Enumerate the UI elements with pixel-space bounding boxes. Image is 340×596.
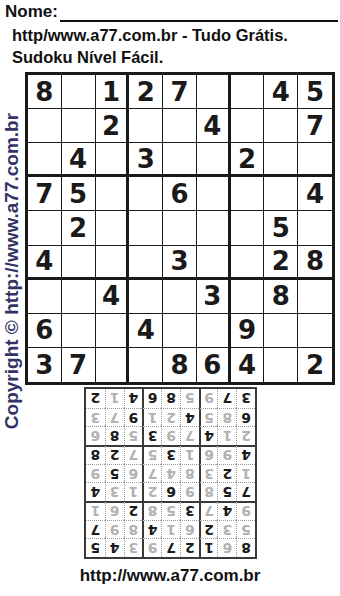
solution-cell-r7c2: 1 xyxy=(217,426,236,445)
solution-cell-r3c2: 4 xyxy=(217,501,236,520)
solution-cell-r9c7: 4 xyxy=(124,389,143,408)
solution-cell-r1c4: 2 xyxy=(180,538,199,557)
puzzle-cell-r9c8 xyxy=(264,348,298,382)
copyright-vertical-text: Copyright © http://www.a77.com.br xyxy=(1,81,21,461)
puzzle-cell-r5c9 xyxy=(298,211,332,245)
solution-cell-r8c4: 4 xyxy=(180,408,199,427)
solution-cell-r4c6: 2 xyxy=(142,482,161,501)
solution-cell-r1c8: 4 xyxy=(105,538,124,557)
puzzle-cell-r9c2: 7 xyxy=(62,348,96,382)
puzzle-cell-r1c4: 2 xyxy=(129,75,163,109)
solution-cell-r5c3: 3 xyxy=(199,464,218,483)
solution-cell-r7c9: 6 xyxy=(86,426,105,445)
puzzle-cell-r9c6: 6 xyxy=(197,348,231,382)
puzzle-cell-r4c7 xyxy=(231,177,265,211)
puzzle-cell-r5c7 xyxy=(231,211,265,245)
puzzle-cell-r6c4 xyxy=(129,246,163,280)
puzzle-cell-r6c2 xyxy=(62,246,96,280)
puzzle-cell-r3c4: 3 xyxy=(129,143,163,177)
solution-cell-r9c3: 9 xyxy=(199,389,218,408)
puzzle-cell-r4c4 xyxy=(129,177,163,211)
solution-cell-r2c1: 5 xyxy=(236,520,255,539)
puzzle-cell-r7c5 xyxy=(163,280,197,314)
puzzle-cell-r5c2: 2 xyxy=(62,211,96,245)
solution-cell-r6c1: 4 xyxy=(236,445,255,464)
solution-cell-r8c6: 1 xyxy=(142,408,161,427)
puzzle-cell-r4c9: 4 xyxy=(298,177,332,211)
solution-cell-r3c4: 3 xyxy=(180,501,199,520)
solution-cell-r4c8: 3 xyxy=(105,482,124,501)
sudoku-grid: 8127452474327564254328438649378642 xyxy=(25,72,335,385)
solution-cell-r7c3: 4 xyxy=(199,426,218,445)
solution-cell-r7c1: 2 xyxy=(236,426,255,445)
solution-cell-r4c7: 1 xyxy=(124,482,143,501)
puzzle-cell-r3c3 xyxy=(96,143,130,177)
solution-cell-r3c8: 6 xyxy=(105,501,124,520)
solution-cell-r8c5: 2 xyxy=(161,408,180,427)
puzzle-cell-r2c3: 2 xyxy=(96,109,130,143)
puzzle-cell-r5c6 xyxy=(197,211,231,245)
puzzle-cell-r7c8: 8 xyxy=(264,280,298,314)
puzzle-cell-r2c1 xyxy=(28,109,62,143)
puzzle-cell-r9c5: 8 xyxy=(163,348,197,382)
puzzle-cell-r3c9 xyxy=(298,143,332,177)
solution-cell-r4c5: 6 xyxy=(161,482,180,501)
puzzle-cell-r3c7: 2 xyxy=(231,143,265,177)
puzzle-cell-r3c1 xyxy=(28,143,62,177)
puzzle-cell-r3c2: 4 xyxy=(62,143,96,177)
solution-cell-r9c8: 1 xyxy=(105,389,124,408)
solution-cell-r7c5: 9 xyxy=(161,426,180,445)
puzzle-cell-r8c6 xyxy=(197,314,231,348)
solution-cell-r8c1: 6 xyxy=(236,408,255,427)
puzzle-cell-r9c4 xyxy=(129,348,163,382)
footer-url: http://www.a77.com.br xyxy=(0,566,340,586)
solution-cell-r6c3: 6 xyxy=(199,445,218,464)
name-underline xyxy=(60,5,338,22)
solution-cell-r9c4: 5 xyxy=(180,389,199,408)
puzzle-cell-r1c7 xyxy=(231,75,265,109)
puzzle-cell-r3c5 xyxy=(163,143,197,177)
puzzle-cell-r6c9: 8 xyxy=(298,246,332,280)
solution-cell-r3c3: 7 xyxy=(199,501,218,520)
solution-cell-r2c2: 3 xyxy=(217,520,236,539)
puzzle-cell-r1c9: 5 xyxy=(298,75,332,109)
solution-cell-r4c3: 8 xyxy=(199,482,218,501)
puzzle-cell-r1c1: 8 xyxy=(28,75,62,109)
puzzle-cell-r9c7: 4 xyxy=(231,348,265,382)
solution-grid: 8612793455326148979473582617589621341238… xyxy=(84,387,257,559)
solution-cell-r1c2: 6 xyxy=(217,538,236,557)
puzzle-cell-r1c6 xyxy=(197,75,231,109)
puzzle-cell-r2c7 xyxy=(231,109,265,143)
solution-cell-r4c2: 5 xyxy=(217,482,236,501)
solution-cell-r5c5: 4 xyxy=(161,464,180,483)
header: Nome: http/www.a77.com.br - Tudo Grátis.… xyxy=(5,2,338,67)
puzzle-cell-r9c3 xyxy=(96,348,130,382)
puzzle-cell-r5c4 xyxy=(129,211,163,245)
puzzle-cell-r7c2 xyxy=(62,280,96,314)
puzzle-cell-r3c6 xyxy=(197,143,231,177)
puzzle-cell-r4c8 xyxy=(264,177,298,211)
solution-cell-r9c5: 8 xyxy=(161,389,180,408)
solution-cell-r6c8: 2 xyxy=(105,445,124,464)
solution-cell-r6c9: 8 xyxy=(86,445,105,464)
page-title: Sudoku Nível Fácil. xyxy=(12,48,338,67)
name-label: Nome: xyxy=(5,2,58,22)
puzzle-cell-r2c9: 7 xyxy=(298,109,332,143)
puzzle-cell-r6c7 xyxy=(231,246,265,280)
puzzle-cell-r6c5: 3 xyxy=(163,246,197,280)
puzzle-cell-r6c8: 2 xyxy=(264,246,298,280)
solution-cell-r8c9: 3 xyxy=(86,408,105,427)
puzzle-cell-r7c6: 3 xyxy=(197,280,231,314)
solution-cell-r5c8: 5 xyxy=(105,464,124,483)
solution-cell-r1c6: 9 xyxy=(142,538,161,557)
solution-cell-r8c3: 5 xyxy=(199,408,218,427)
puzzle-cell-r4c5: 6 xyxy=(163,177,197,211)
solution-cell-r4c4: 9 xyxy=(180,482,199,501)
solution-cell-r7c4: 7 xyxy=(180,426,199,445)
solution-cell-r5c6: 7 xyxy=(142,464,161,483)
puzzle-cell-r2c5 xyxy=(163,109,197,143)
solution-cell-r6c6: 5 xyxy=(142,445,161,464)
puzzle-cell-r6c6 xyxy=(197,246,231,280)
solution-cell-r1c9: 5 xyxy=(86,538,105,557)
solution-cell-r3c6: 8 xyxy=(142,501,161,520)
puzzle-cell-r4c3 xyxy=(96,177,130,211)
puzzle-cell-r1c3: 1 xyxy=(96,75,130,109)
puzzle-cell-r2c2 xyxy=(62,109,96,143)
solution-cell-r1c5: 7 xyxy=(161,538,180,557)
solution-cell-r4c9: 4 xyxy=(86,482,105,501)
puzzle-cell-r1c8: 4 xyxy=(264,75,298,109)
solution-cell-r2c4: 6 xyxy=(180,520,199,539)
solution-cell-r6c7: 7 xyxy=(124,445,143,464)
puzzle-cell-r2c4 xyxy=(129,109,163,143)
puzzle-cell-r8c4: 4 xyxy=(129,314,163,348)
solution-cell-r2c8: 9 xyxy=(105,520,124,539)
solution-cell-r3c1: 9 xyxy=(236,501,255,520)
puzzle-cell-r7c4 xyxy=(129,280,163,314)
puzzle-cell-r5c3 xyxy=(96,211,130,245)
solution-cell-r6c2: 9 xyxy=(217,445,236,464)
solution-cell-r3c7: 2 xyxy=(124,501,143,520)
puzzle-cell-r8c7: 9 xyxy=(231,314,265,348)
puzzle-cell-r2c6: 4 xyxy=(197,109,231,143)
solution-cell-r2c7: 8 xyxy=(124,520,143,539)
solution-cell-r3c9: 1 xyxy=(86,501,105,520)
puzzle-cell-r9c1: 3 xyxy=(28,348,62,382)
solution-cell-r4c1: 7 xyxy=(236,482,255,501)
puzzle-cell-r1c2 xyxy=(62,75,96,109)
puzzle-cell-r8c1: 6 xyxy=(28,314,62,348)
solution-cell-r7c7: 5 xyxy=(124,426,143,445)
puzzle-cell-r8c3 xyxy=(96,314,130,348)
solution-cell-r5c4: 8 xyxy=(180,464,199,483)
puzzle-cell-r8c9 xyxy=(298,314,332,348)
puzzle-cell-r3c8 xyxy=(264,143,298,177)
solution-cell-r8c7: 9 xyxy=(124,408,143,427)
puzzle-cell-r6c1: 4 xyxy=(28,246,62,280)
solution-cell-r2c6: 4 xyxy=(142,520,161,539)
solution-cell-r2c9: 7 xyxy=(86,520,105,539)
puzzle-cell-r7c7 xyxy=(231,280,265,314)
puzzle-cell-r1c5: 7 xyxy=(163,75,197,109)
puzzle-cell-r5c1 xyxy=(28,211,62,245)
solution-cell-r5c9: 9 xyxy=(86,464,105,483)
solution-cell-r9c2: 7 xyxy=(217,389,236,408)
solution-cell-r2c3: 2 xyxy=(199,520,218,539)
puzzle-cell-r6c3 xyxy=(96,246,130,280)
puzzle-cell-r7c3: 4 xyxy=(96,280,130,314)
puzzle-cell-r5c5 xyxy=(163,211,197,245)
solution-cell-r5c7: 6 xyxy=(124,464,143,483)
solution-cell-r7c8: 8 xyxy=(105,426,124,445)
solution-cell-r2c5: 1 xyxy=(161,520,180,539)
solution-cell-r1c1: 8 xyxy=(236,538,255,557)
name-row: Nome: xyxy=(5,2,338,22)
puzzle-cell-r7c1 xyxy=(28,280,62,314)
solution-cell-r6c4: 1 xyxy=(180,445,199,464)
puzzle-cell-r4c6 xyxy=(197,177,231,211)
solution-cell-r6c5: 3 xyxy=(161,445,180,464)
puzzle-cell-r4c1: 7 xyxy=(28,177,62,211)
puzzle-cell-r5c8: 5 xyxy=(264,211,298,245)
site-line: http/www.a77.com.br - Tudo Grátis. xyxy=(12,26,338,45)
puzzle-cell-r7c9 xyxy=(298,280,332,314)
solution-cell-r1c7: 3 xyxy=(124,538,143,557)
solution-cell-r9c1: 3 xyxy=(236,389,255,408)
solution-cell-r9c9: 2 xyxy=(86,389,105,408)
puzzle-cell-r4c2: 5 xyxy=(62,177,96,211)
solution-cell-r7c6: 3 xyxy=(142,426,161,445)
puzzle-cell-r8c2 xyxy=(62,314,96,348)
puzzle-cell-r9c9: 2 xyxy=(298,348,332,382)
solution-cell-r5c2: 2 xyxy=(217,464,236,483)
solution-cell-r8c8: 7 xyxy=(105,408,124,427)
puzzle-cell-r2c8 xyxy=(264,109,298,143)
solution-cell-r9c6: 6 xyxy=(142,389,161,408)
solution-cell-r5c1: 1 xyxy=(236,464,255,483)
solution-cell-r1c3: 1 xyxy=(199,538,218,557)
solution-cell-r8c2: 8 xyxy=(217,408,236,427)
puzzle-cell-r8c5 xyxy=(163,314,197,348)
solution-cell-r3c5: 5 xyxy=(161,501,180,520)
puzzle-cell-r8c8 xyxy=(264,314,298,348)
